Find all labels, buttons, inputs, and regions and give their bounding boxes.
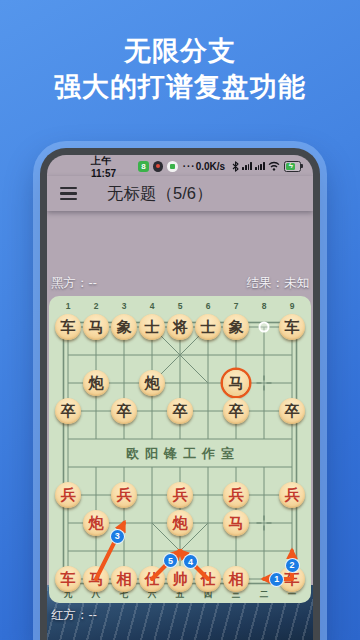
file-label-top: 3 — [116, 301, 132, 311]
piece-red[interactable]: 马 — [83, 566, 109, 592]
status-bar: 上午11:57 8 ··· 0.0K/s ϟ — [47, 157, 313, 175]
piece-black[interactable]: 卒 — [111, 398, 137, 424]
piece-black[interactable]: 卒 — [279, 398, 305, 424]
app-notification-icon — [153, 161, 164, 172]
piece-red[interactable]: 兵 — [111, 482, 137, 508]
piece-black[interactable]: 卒 — [223, 398, 249, 424]
piece-black[interactable]: 炮 — [83, 370, 109, 396]
piece-red[interactable]: 炮 — [167, 510, 193, 536]
piece-black[interactable]: 象 — [223, 314, 249, 340]
page-title: 无标题（5/6） — [107, 183, 212, 205]
red-player-label: 红方：-- — [51, 607, 97, 624]
piece-red[interactable]: 兵 — [223, 482, 249, 508]
piece-black[interactable]: 炮 — [139, 370, 165, 396]
black-player-label: 黑方：-- — [51, 275, 97, 292]
branch-badge-3[interactable]: 3 — [110, 529, 125, 544]
red-dot-icon — [156, 164, 160, 168]
piece-black[interactable]: 车 — [279, 314, 305, 340]
signal-icon-sim2 — [255, 162, 265, 170]
file-label-top: 7 — [228, 301, 244, 311]
hero-line-1: 无限分支 — [0, 33, 360, 69]
hero-line-2: 强大的打谱复盘功能 — [0, 69, 360, 105]
battery-icon: ϟ — [284, 161, 301, 172]
branch-badge-2[interactable]: 2 — [285, 558, 300, 573]
more-notifications-icon: ··· — [183, 161, 196, 172]
piece-red[interactable]: 车 — [55, 566, 81, 592]
app-bar: 无标题（5/6） — [47, 176, 313, 211]
piece-black[interactable]: 士 — [139, 314, 165, 340]
wifi-icon — [268, 161, 280, 171]
board-grid — [49, 296, 311, 603]
piece-red[interactable]: 相 — [223, 566, 249, 592]
piece-red[interactable]: 马 — [223, 510, 249, 536]
piece-red[interactable]: 帅 — [167, 566, 193, 592]
match-info-row: 黑方：-- 结果：未知 — [47, 275, 313, 292]
xiangqi-board[interactable]: 欧阳锋工作室 123456789九八七六五四三二一车马象士将士象车炮炮马卒卒卒卒… — [49, 296, 311, 603]
notification-count-badge: 8 — [138, 161, 149, 172]
piece-black[interactable]: 象 — [111, 314, 137, 340]
green-dot-icon — [170, 164, 175, 169]
result-label: 结果：未知 — [247, 275, 310, 292]
file-label-top: 6 — [200, 301, 216, 311]
piece-black[interactable]: 马 — [83, 314, 109, 340]
piece-red[interactable]: 仕 — [195, 566, 221, 592]
branch-badge-5[interactable]: 5 — [163, 553, 178, 568]
network-speed: 0.0K/s — [196, 161, 225, 172]
piece-black[interactable]: 卒 — [167, 398, 193, 424]
piece-red[interactable]: 兵 — [167, 482, 193, 508]
piece-black-last-move[interactable]: 马 — [223, 370, 249, 396]
file-label-bottom: 二 — [256, 589, 272, 601]
piece-black[interactable]: 士 — [195, 314, 221, 340]
file-label-top: 1 — [60, 301, 76, 311]
phone-mockup: 上午11:57 8 ··· 0.0K/s ϟ 无标题（5/6） 黑方：-- — [40, 148, 320, 640]
piece-red[interactable]: 炮 — [83, 510, 109, 536]
app-notification-icon-2 — [167, 161, 178, 172]
file-label-top: 9 — [284, 301, 300, 311]
hero-text: 无限分支 强大的打谱复盘功能 — [0, 33, 360, 105]
piece-black[interactable]: 将 — [167, 314, 193, 340]
file-label-top: 8 — [256, 301, 272, 311]
piece-red[interactable]: 相 — [111, 566, 137, 592]
menu-icon[interactable] — [60, 187, 77, 200]
piece-black[interactable]: 车 — [55, 314, 81, 340]
file-label-top: 4 — [144, 301, 160, 311]
clock: 上午11:57 — [91, 155, 134, 179]
piece-red[interactable]: 仕 — [139, 566, 165, 592]
branch-badge-1[interactable]: 1 — [269, 572, 284, 587]
piece-black[interactable]: 卒 — [55, 398, 81, 424]
file-label-top: 2 — [88, 301, 104, 311]
signal-icon-sim1 — [242, 162, 252, 170]
piece-red[interactable]: 兵 — [279, 482, 305, 508]
piece-red[interactable]: 兵 — [55, 482, 81, 508]
file-label-top: 5 — [172, 301, 188, 311]
bluetooth-icon — [232, 161, 239, 172]
phone-screen: 上午11:57 8 ··· 0.0K/s ϟ 无标题（5/6） 黑方：-- — [47, 155, 313, 640]
move-origin-marker — [260, 323, 269, 332]
